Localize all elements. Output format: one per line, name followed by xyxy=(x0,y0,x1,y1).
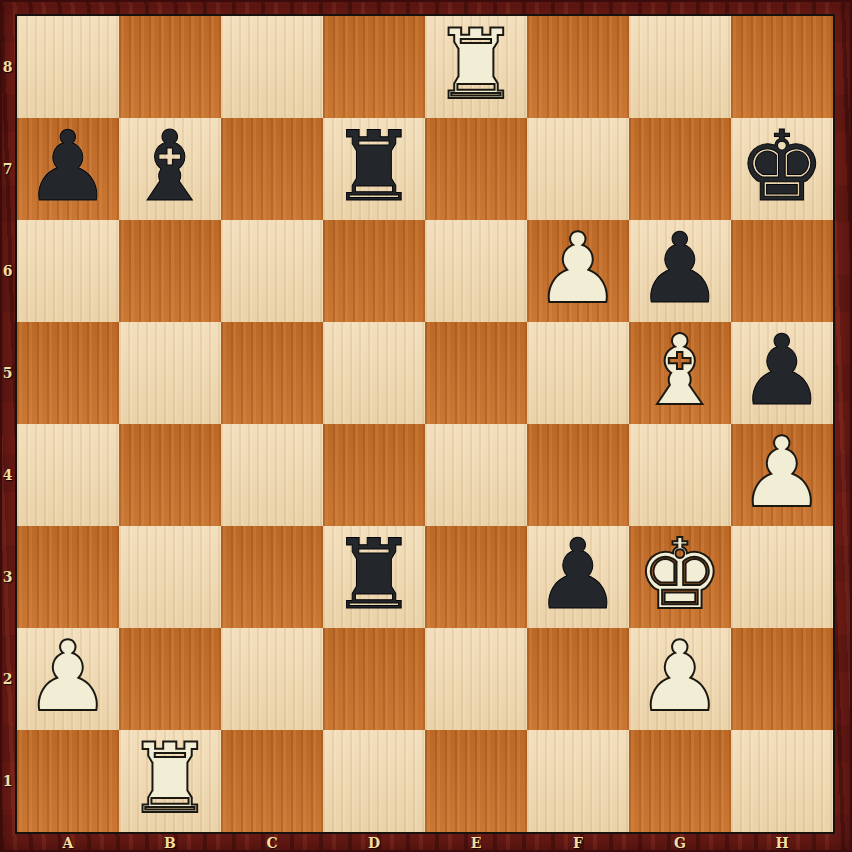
file-label-a: A xyxy=(17,834,119,852)
file-label-b: B xyxy=(119,834,221,852)
square-e2[interactable] xyxy=(425,628,527,730)
square-h4[interactable]: ♟ xyxy=(731,424,833,526)
square-g4[interactable] xyxy=(629,424,731,526)
white-pawn[interactable]: ♟ xyxy=(637,628,724,725)
file-label-f: F xyxy=(527,834,629,852)
file-labels: ABCDEFGH xyxy=(17,834,833,852)
rank-label-1: 1 xyxy=(0,730,15,832)
board: ♜♟♝♜♚♟♟♝♟♟♜♟♚♟♟♜ xyxy=(15,14,835,834)
file-label-e: E xyxy=(425,834,527,852)
black-bishop[interactable]: ♝ xyxy=(127,118,214,215)
white-rook[interactable]: ♜ xyxy=(127,730,214,827)
file-label-d: D xyxy=(323,834,425,852)
black-pawn[interactable]: ♟ xyxy=(535,526,622,623)
square-g8[interactable] xyxy=(629,16,731,118)
black-pawn[interactable]: ♟ xyxy=(25,118,112,215)
square-d2[interactable] xyxy=(323,628,425,730)
square-c2[interactable] xyxy=(221,628,323,730)
square-f4[interactable] xyxy=(527,424,629,526)
rank-labels: 87654321 xyxy=(0,16,15,832)
square-d1[interactable] xyxy=(323,730,425,832)
square-d5[interactable] xyxy=(323,322,425,424)
square-c3[interactable] xyxy=(221,526,323,628)
square-b3[interactable] xyxy=(119,526,221,628)
square-c4[interactable] xyxy=(221,424,323,526)
square-h6[interactable] xyxy=(731,220,833,322)
black-rook[interactable]: ♜ xyxy=(331,118,418,215)
square-h2[interactable] xyxy=(731,628,833,730)
chess-board-frame: 87654321 ♜♟♝♜♚♟♟♝♟♟♜♟♚♟♟♜ ABCDEFGH xyxy=(0,0,852,852)
rank-label-6: 6 xyxy=(0,220,15,322)
square-a3[interactable] xyxy=(17,526,119,628)
black-rook[interactable]: ♜ xyxy=(331,526,418,623)
square-h5[interactable]: ♟ xyxy=(731,322,833,424)
square-a5[interactable] xyxy=(17,322,119,424)
square-e7[interactable] xyxy=(425,118,527,220)
square-g1[interactable] xyxy=(629,730,731,832)
square-c7[interactable] xyxy=(221,118,323,220)
square-b2[interactable] xyxy=(119,628,221,730)
square-b4[interactable] xyxy=(119,424,221,526)
square-g7[interactable] xyxy=(629,118,731,220)
white-pawn[interactable]: ♟ xyxy=(535,220,622,317)
square-d4[interactable] xyxy=(323,424,425,526)
square-d7[interactable]: ♜ xyxy=(323,118,425,220)
square-a8[interactable] xyxy=(17,16,119,118)
square-e8[interactable]: ♜ xyxy=(425,16,527,118)
square-c8[interactable] xyxy=(221,16,323,118)
square-g5[interactable]: ♝ xyxy=(629,322,731,424)
file-label-c: C xyxy=(221,834,323,852)
rank-label-5: 5 xyxy=(0,322,15,424)
file-label-h: H xyxy=(731,834,833,852)
square-f3[interactable]: ♟ xyxy=(527,526,629,628)
file-label-g: G xyxy=(629,834,731,852)
square-h3[interactable] xyxy=(731,526,833,628)
rank-label-2: 2 xyxy=(0,628,15,730)
rank-label-8: 8 xyxy=(0,16,15,118)
square-b1[interactable]: ♜ xyxy=(119,730,221,832)
square-f7[interactable] xyxy=(527,118,629,220)
white-pawn[interactable]: ♟ xyxy=(739,424,826,521)
rank-label-4: 4 xyxy=(0,424,15,526)
black-king[interactable]: ♚ xyxy=(739,118,826,215)
square-e3[interactable] xyxy=(425,526,527,628)
square-f8[interactable] xyxy=(527,16,629,118)
white-king[interactable]: ♚ xyxy=(637,526,724,623)
square-d8[interactable] xyxy=(323,16,425,118)
black-pawn[interactable]: ♟ xyxy=(739,322,826,419)
square-b7[interactable]: ♝ xyxy=(119,118,221,220)
square-g3[interactable]: ♚ xyxy=(629,526,731,628)
black-pawn[interactable]: ♟ xyxy=(637,220,724,317)
rank-label-7: 7 xyxy=(0,118,15,220)
square-f6[interactable]: ♟ xyxy=(527,220,629,322)
square-d3[interactable]: ♜ xyxy=(323,526,425,628)
square-e4[interactable] xyxy=(425,424,527,526)
square-d6[interactable] xyxy=(323,220,425,322)
square-a2[interactable]: ♟ xyxy=(17,628,119,730)
square-b5[interactable] xyxy=(119,322,221,424)
square-b8[interactable] xyxy=(119,16,221,118)
square-f5[interactable] xyxy=(527,322,629,424)
square-e5[interactable] xyxy=(425,322,527,424)
white-pawn[interactable]: ♟ xyxy=(25,628,112,725)
square-g2[interactable]: ♟ xyxy=(629,628,731,730)
square-a4[interactable] xyxy=(17,424,119,526)
square-c1[interactable] xyxy=(221,730,323,832)
square-h1[interactable] xyxy=(731,730,833,832)
square-f2[interactable] xyxy=(527,628,629,730)
square-e1[interactable] xyxy=(425,730,527,832)
square-a1[interactable] xyxy=(17,730,119,832)
square-f1[interactable] xyxy=(527,730,629,832)
square-g6[interactable]: ♟ xyxy=(629,220,731,322)
white-rook[interactable]: ♜ xyxy=(433,16,520,113)
square-e6[interactable] xyxy=(425,220,527,322)
square-h7[interactable]: ♚ xyxy=(731,118,833,220)
square-a6[interactable] xyxy=(17,220,119,322)
square-c5[interactable] xyxy=(221,322,323,424)
square-b6[interactable] xyxy=(119,220,221,322)
square-c6[interactable] xyxy=(221,220,323,322)
rank-label-3: 3 xyxy=(0,526,15,628)
white-bishop[interactable]: ♝ xyxy=(637,322,724,419)
square-h8[interactable] xyxy=(731,16,833,118)
square-a7[interactable]: ♟ xyxy=(17,118,119,220)
